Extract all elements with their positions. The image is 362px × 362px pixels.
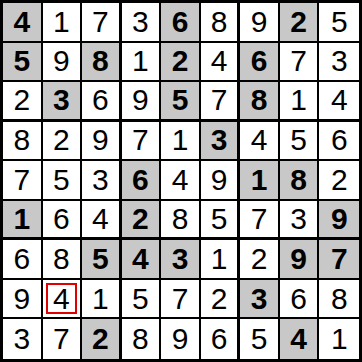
cell-r2c6[interactable]: 4 <box>201 43 241 83</box>
cell-r7c7[interactable]: 2 <box>240 240 280 280</box>
cell-r9c4[interactable]: 8 <box>122 319 162 359</box>
cell-r3c4[interactable]: 9 <box>122 82 162 122</box>
cell-r8c2[interactable]: 4 <box>43 280 83 320</box>
cell-r2c1[interactable]: 5 <box>3 43 43 83</box>
cell-r2c7[interactable]: 6 <box>240 43 280 83</box>
cell-r2c5[interactable]: 2 <box>161 43 201 83</box>
cell-r3c1[interactable]: 2 <box>3 82 43 122</box>
cell-r9c5[interactable]: 9 <box>161 319 201 359</box>
cell-r6c4[interactable]: 2 <box>122 201 162 241</box>
cell-r8c4[interactable]: 5 <box>122 280 162 320</box>
cell-r3c5[interactable]: 5 <box>161 82 201 122</box>
cell-r5c6[interactable]: 9 <box>201 161 241 201</box>
cell-r5c8[interactable]: 8 <box>280 161 320 201</box>
cell-r8c8[interactable]: 6 <box>280 280 320 320</box>
cell-r4c2[interactable]: 2 <box>43 122 83 162</box>
cell-r2c2[interactable]: 9 <box>43 43 83 83</box>
cell-r8c1[interactable]: 9 <box>3 280 43 320</box>
cell-r7c3[interactable]: 5 <box>82 240 122 280</box>
cell-r9c7[interactable]: 5 <box>240 319 280 359</box>
cell-r3c8[interactable]: 1 <box>280 82 320 122</box>
cell-r6c3[interactable]: 4 <box>82 201 122 241</box>
cell-r1c4[interactable]: 3 <box>122 3 162 43</box>
cell-r6c6[interactable]: 5 <box>201 201 241 241</box>
sudoku-board: 4173689255981246732369578148297134567536… <box>0 0 362 362</box>
cell-r7c5[interactable]: 3 <box>161 240 201 280</box>
cell-r8c5[interactable]: 7 <box>161 280 201 320</box>
cell-r5c1[interactable]: 7 <box>3 161 43 201</box>
cell-r2c9[interactable]: 3 <box>319 43 359 83</box>
cell-r4c1[interactable]: 8 <box>3 122 43 162</box>
cell-r3c7[interactable]: 8 <box>240 82 280 122</box>
cell-r5c4[interactable]: 6 <box>122 161 162 201</box>
cell-r2c8[interactable]: 7 <box>280 43 320 83</box>
cell-r5c2[interactable]: 5 <box>43 161 83 201</box>
cell-r1c9[interactable]: 5 <box>319 3 359 43</box>
cell-r6c2[interactable]: 6 <box>43 201 83 241</box>
cell-r9c6[interactable]: 6 <box>201 319 241 359</box>
cell-r8c3[interactable]: 1 <box>82 280 122 320</box>
cell-r1c7[interactable]: 9 <box>240 3 280 43</box>
cell-r3c2[interactable]: 3 <box>43 82 83 122</box>
cell-r1c8[interactable]: 2 <box>280 3 320 43</box>
cell-r5c9[interactable]: 2 <box>319 161 359 201</box>
cell-r9c8[interactable]: 4 <box>280 319 320 359</box>
cell-r6c5[interactable]: 8 <box>161 201 201 241</box>
cell-r9c9[interactable]: 1 <box>319 319 359 359</box>
cell-r8c6[interactable]: 2 <box>201 280 241 320</box>
cell-r6c7[interactable]: 7 <box>240 201 280 241</box>
cell-r3c6[interactable]: 7 <box>201 82 241 122</box>
cell-r7c2[interactable]: 8 <box>43 240 83 280</box>
cell-r9c2[interactable]: 7 <box>43 319 83 359</box>
cell-r1c2[interactable]: 1 <box>43 3 83 43</box>
cell-r2c4[interactable]: 1 <box>122 43 162 83</box>
cell-r7c1[interactable]: 6 <box>3 240 43 280</box>
cell-r4c9[interactable]: 6 <box>319 122 359 162</box>
cell-r3c3[interactable]: 6 <box>82 82 122 122</box>
cell-r8c9[interactable]: 8 <box>319 280 359 320</box>
cell-r5c7[interactable]: 1 <box>240 161 280 201</box>
cell-r5c3[interactable]: 3 <box>82 161 122 201</box>
cell-r4c3[interactable]: 9 <box>82 122 122 162</box>
cell-r7c4[interactable]: 4 <box>122 240 162 280</box>
cell-r9c3[interactable]: 2 <box>82 319 122 359</box>
cell-r7c8[interactable]: 9 <box>280 240 320 280</box>
selection-cursor <box>46 283 78 315</box>
cell-r7c6[interactable]: 1 <box>201 240 241 280</box>
cell-r1c1[interactable]: 4 <box>3 3 43 43</box>
cell-r4c7[interactable]: 4 <box>240 122 280 162</box>
cell-r4c5[interactable]: 1 <box>161 122 201 162</box>
cell-r8c7[interactable]: 3 <box>240 280 280 320</box>
cell-r7c9[interactable]: 7 <box>319 240 359 280</box>
cell-r6c1[interactable]: 1 <box>3 201 43 241</box>
cell-r2c3[interactable]: 8 <box>82 43 122 83</box>
cell-r1c3[interactable]: 7 <box>82 3 122 43</box>
cell-r1c6[interactable]: 8 <box>201 3 241 43</box>
cell-r4c6[interactable]: 3 <box>201 122 241 162</box>
cell-r4c4[interactable]: 7 <box>122 122 162 162</box>
cell-r1c5[interactable]: 6 <box>161 3 201 43</box>
cell-r9c1[interactable]: 3 <box>3 319 43 359</box>
cell-r6c9[interactable]: 9 <box>319 201 359 241</box>
cell-r4c8[interactable]: 5 <box>280 122 320 162</box>
cell-r3c9[interactable]: 4 <box>319 82 359 122</box>
cell-r5c5[interactable]: 4 <box>161 161 201 201</box>
cell-r6c8[interactable]: 3 <box>280 201 320 241</box>
